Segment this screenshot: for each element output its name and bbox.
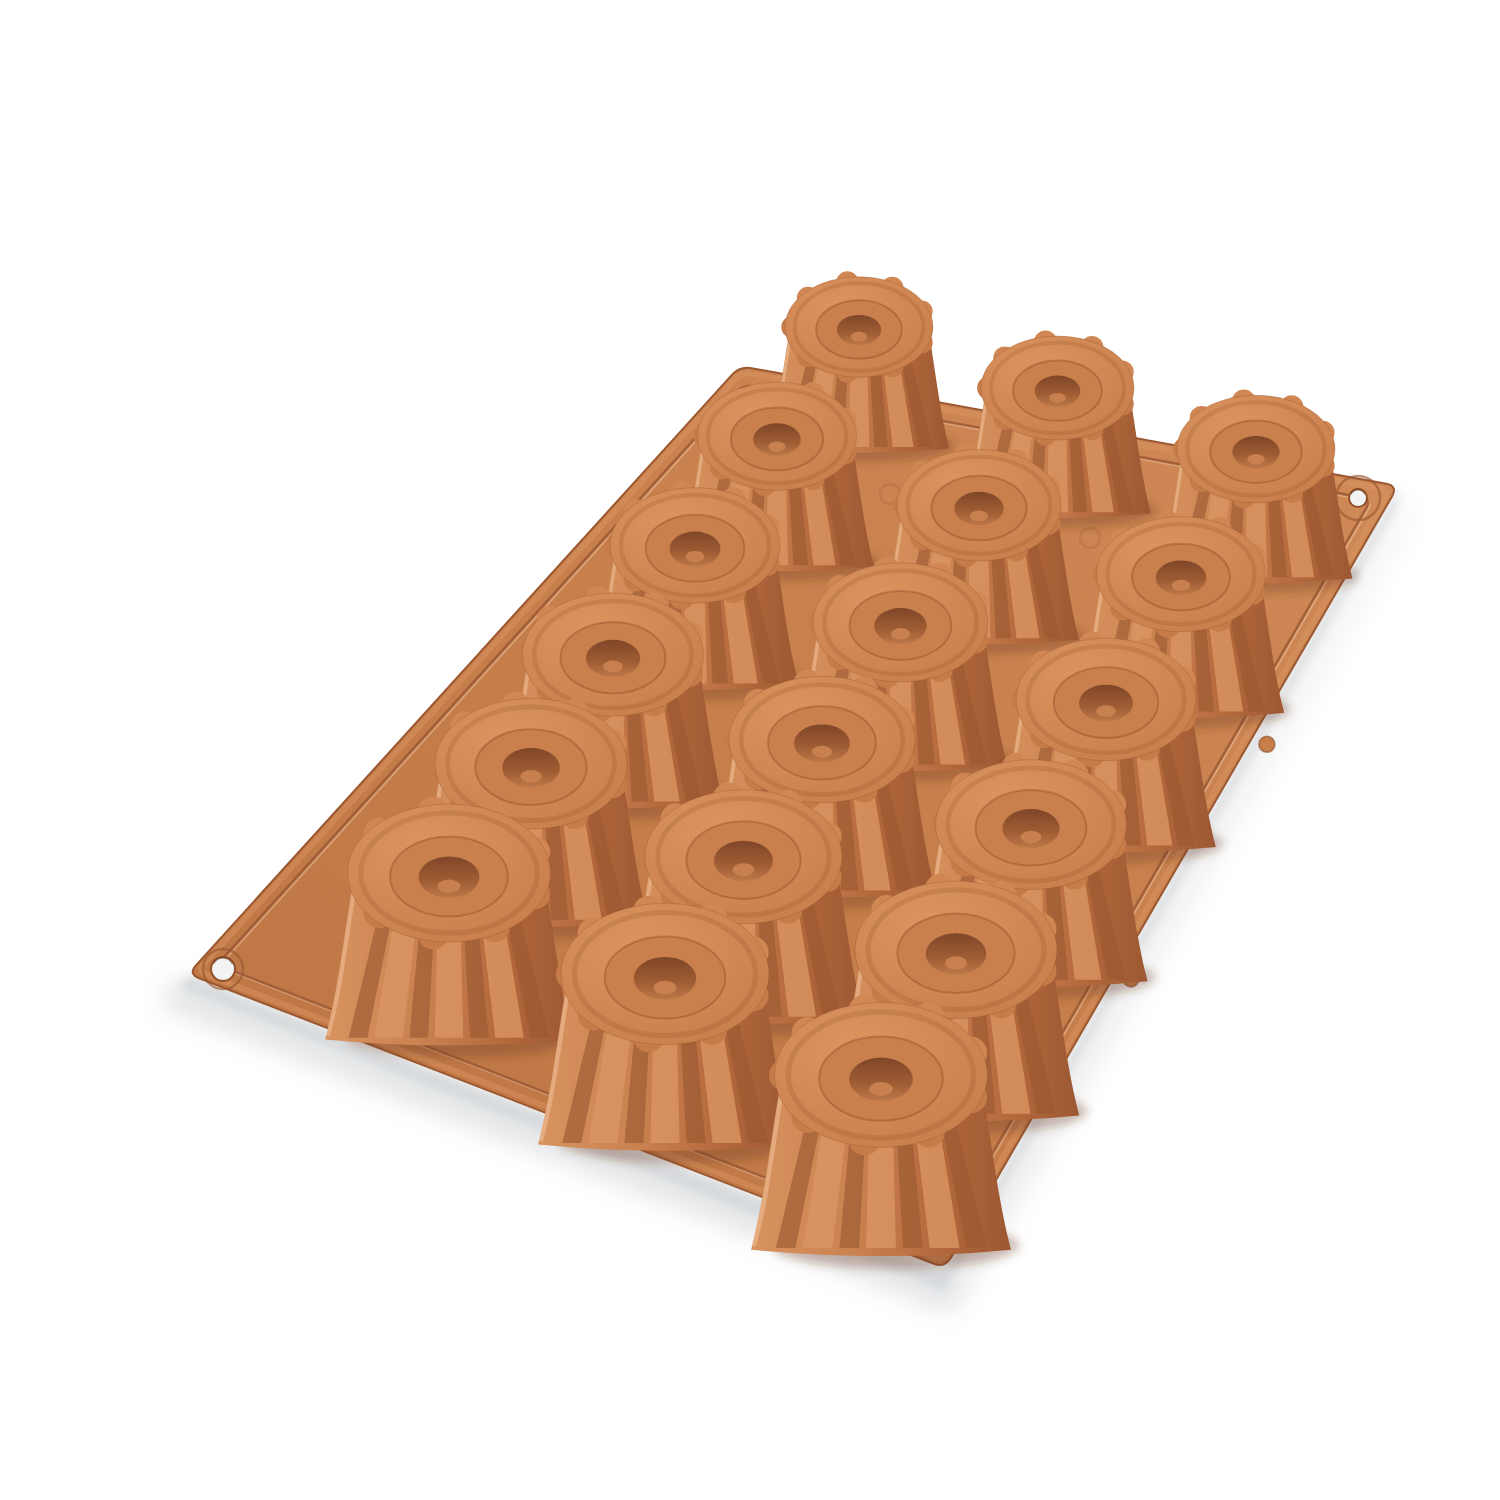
- cup-crater-floor: [1096, 705, 1116, 717]
- cup-crater-floor: [851, 332, 867, 342]
- cup-crater-floor: [686, 551, 705, 562]
- edge-nub-right: [1259, 736, 1275, 752]
- cup-crater-floor: [891, 628, 910, 640]
- cup-crater-floor: [438, 880, 460, 893]
- cup-crater-floor: [1172, 580, 1191, 591]
- cup-crater-floor: [1247, 454, 1264, 464]
- cup-crater-floor: [768, 441, 785, 451]
- cup-crater-floor: [945, 956, 967, 969]
- cup-crater-floor: [603, 660, 623, 672]
- cup-crater-floor: [869, 1082, 892, 1096]
- cup-crater-floor: [654, 981, 677, 995]
- cup-crater-floor: [733, 863, 755, 876]
- product-photo: SINESINE: [40, 16, 1500, 1500]
- cup-crater-floor: [1021, 831, 1042, 844]
- cup-crater-floor: [812, 746, 832, 758]
- cup-crater-floor: [1049, 393, 1066, 403]
- scene-canvas: SINESINE: [40, 16, 1500, 1500]
- cup-crater-floor: [520, 770, 541, 783]
- cup-crater-floor: [970, 511, 988, 522]
